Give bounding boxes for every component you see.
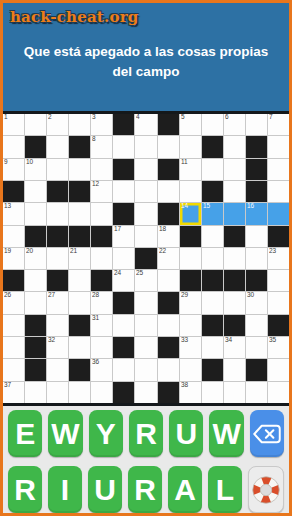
cell-r6c3-block — [47, 226, 68, 247]
cell-r1c1[interactable]: 1 — [3, 114, 24, 135]
cell-r8c8[interactable] — [158, 270, 179, 291]
cell-r6c13-block — [268, 226, 289, 247]
cell-r13c10[interactable] — [202, 382, 223, 403]
cell-number: 24 — [114, 270, 121, 276]
cell-r2c6[interactable] — [113, 136, 134, 157]
cell-r2c12-block — [246, 136, 267, 157]
cell-number: 3 — [92, 114, 96, 120]
cell-r6c6[interactable]: 17 — [113, 226, 134, 247]
cell-number: 21 — [70, 248, 77, 254]
cell-r4c4-block — [69, 181, 90, 202]
cell-r5c1[interactable]: 13 — [3, 203, 24, 224]
cell-number: 15 — [203, 203, 210, 209]
cell-r10c7[interactable] — [135, 315, 156, 336]
cell-r4c1-block — [3, 181, 24, 202]
cell-r12c1[interactable] — [3, 359, 24, 380]
cell-r10c9[interactable] — [180, 315, 201, 336]
cell-r9c5[interactable]: 28 — [91, 292, 112, 313]
cell-number: 6 — [225, 114, 229, 120]
cell-r11c3[interactable]: 32 — [47, 337, 68, 358]
cell-r7c11[interactable] — [224, 248, 245, 269]
cell-r4c7[interactable] — [135, 181, 156, 202]
cell-r12c12-block — [246, 359, 267, 380]
cell-r8c6[interactable]: 24 — [113, 270, 134, 291]
cell-r1c7[interactable]: 4 — [135, 114, 156, 135]
key-w[interactable]: W — [48, 410, 82, 457]
cell-r5c3[interactable] — [47, 203, 68, 224]
cell-r8c5-block — [91, 270, 112, 291]
cell-r10c10-block — [202, 315, 223, 336]
cell-r11c6-block — [113, 337, 134, 358]
cell-r10c6[interactable] — [113, 315, 134, 336]
cell-r11c11[interactable]: 34 — [224, 337, 245, 358]
cell-r8c2[interactable] — [25, 270, 46, 291]
cell-r5c10[interactable]: 15 — [202, 203, 223, 224]
cell-r9c9[interactable]: 29 — [180, 292, 201, 313]
cell-r1c5[interactable]: 3 — [91, 114, 112, 135]
cell-r3c7[interactable] — [135, 159, 156, 180]
key-r[interactable]: R — [128, 466, 162, 513]
cell-r3c3[interactable] — [47, 159, 68, 180]
cell-r13c11[interactable] — [224, 382, 245, 403]
cell-r8c3-block — [47, 270, 68, 291]
cell-number: 37 — [4, 382, 11, 388]
cell-number: 22 — [159, 248, 166, 254]
cell-r12c3[interactable] — [47, 359, 68, 380]
cell-r13c9[interactable]: 38 — [180, 382, 201, 403]
cell-r11c10[interactable] — [202, 337, 223, 358]
hint-lifebuoy-key[interactable] — [248, 466, 284, 513]
cell-r9c3[interactable]: 27 — [47, 292, 68, 313]
cell-number: 35 — [269, 337, 276, 343]
cell-r6c7[interactable] — [135, 226, 156, 247]
cell-r13c2[interactable] — [25, 382, 46, 403]
cell-r8c12-block — [246, 270, 267, 291]
cell-r2c1[interactable] — [3, 136, 24, 157]
cell-r10c2-block — [25, 315, 46, 336]
cell-number: 2 — [48, 114, 52, 120]
key-e[interactable]: E — [8, 410, 42, 457]
cell-r6c9-block — [180, 226, 201, 247]
cell-r5c9[interactable]: 14 — [180, 203, 201, 224]
cell-number: 27 — [48, 292, 55, 298]
cell-r4c11[interactable] — [224, 181, 245, 202]
cell-r4c2[interactable] — [25, 181, 46, 202]
cell-r2c7[interactable] — [135, 136, 156, 157]
keyboard-row-1: EWYRUW — [8, 410, 284, 457]
cell-r12c4-block — [69, 359, 90, 380]
cell-r8c4[interactable] — [69, 270, 90, 291]
cell-r7c2[interactable]: 20 — [25, 248, 46, 269]
cell-r13c8-block — [158, 382, 179, 403]
key-r[interactable]: R — [8, 466, 42, 513]
cell-r7c6[interactable] — [113, 248, 134, 269]
cell-r12c5[interactable]: 36 — [91, 359, 112, 380]
cell-r12c7[interactable] — [135, 359, 156, 380]
cell-number: 30 — [247, 292, 254, 298]
cell-r9c4[interactable] — [69, 292, 90, 313]
cell-r8c7[interactable]: 25 — [135, 270, 156, 291]
cell-r5c6-block — [113, 203, 134, 224]
cell-r9c8-block — [158, 292, 179, 313]
cell-r8c1-block — [3, 270, 24, 291]
cell-r9c13[interactable] — [268, 292, 289, 313]
cell-r11c7[interactable] — [135, 337, 156, 358]
cell-r12c9[interactable] — [180, 359, 201, 380]
cell-r4c6[interactable] — [113, 181, 134, 202]
crossword-grid: 1234567891011121314151617181920212223242… — [3, 114, 289, 403]
keyboard-row-2: RIURAL — [8, 466, 284, 513]
cell-r12c11[interactable] — [224, 359, 245, 380]
cell-r13c13[interactable] — [268, 382, 289, 403]
cell-r10c12[interactable] — [246, 315, 267, 336]
cell-r3c9[interactable]: 11 — [180, 159, 201, 180]
cell-r9c6-block — [113, 292, 134, 313]
cell-number: 8 — [92, 136, 96, 142]
cell-r5c5[interactable] — [91, 203, 112, 224]
cell-r4c5[interactable]: 12 — [91, 181, 112, 202]
cell-r6c8[interactable]: 18 — [158, 226, 179, 247]
cell-r6c1[interactable] — [3, 226, 24, 247]
cell-number: 23 — [269, 248, 276, 254]
cell-r2c5[interactable]: 8 — [91, 136, 112, 157]
cell-r5c7[interactable] — [135, 203, 156, 224]
backspace-key[interactable] — [250, 410, 284, 457]
cell-r1c11[interactable]: 6 — [224, 114, 245, 135]
cell-r7c7-block — [135, 248, 156, 269]
cell-number: 34 — [225, 337, 232, 343]
cell-r3c5[interactable] — [91, 159, 112, 180]
cell-number: 10 — [26, 159, 33, 165]
cell-number: 5 — [181, 114, 185, 120]
cell-number: 26 — [4, 292, 11, 298]
cell-r9c11[interactable] — [224, 292, 245, 313]
cell-r2c4-block — [69, 136, 90, 157]
cell-r5c4[interactable] — [69, 203, 90, 224]
cell-r10c11-block — [224, 315, 245, 336]
cell-r1c3[interactable]: 2 — [47, 114, 68, 135]
cell-r7c5[interactable] — [91, 248, 112, 269]
cell-r2c8[interactable] — [158, 136, 179, 157]
cell-r5c12[interactable]: 16 — [246, 203, 267, 224]
cell-number: 11 — [181, 159, 188, 165]
cell-number: 16 — [247, 203, 254, 209]
cell-r6c10[interactable] — [202, 226, 223, 247]
cell-r10c1[interactable] — [3, 315, 24, 336]
cell-r13c3[interactable] — [47, 382, 68, 403]
cell-r7c1[interactable]: 19 — [3, 248, 24, 269]
cell-r12c2-block — [25, 359, 46, 380]
cell-r13c1[interactable]: 37 — [3, 382, 24, 403]
cell-r2c3[interactable] — [47, 136, 68, 157]
cell-r7c9[interactable] — [180, 248, 201, 269]
cell-r1c2[interactable] — [25, 114, 46, 135]
cell-r10c4-block — [69, 315, 90, 336]
cell-number: 18 — [159, 226, 166, 232]
key-i[interactable]: I — [48, 466, 82, 513]
cell-r9c7[interactable] — [135, 292, 156, 313]
cell-r5c13[interactable] — [268, 203, 289, 224]
cell-r10c3[interactable] — [47, 315, 68, 336]
cell-number: 20 — [26, 248, 33, 254]
cell-r6c2-block — [25, 226, 46, 247]
cell-r12c13[interactable] — [268, 359, 289, 380]
key-y[interactable]: Y — [89, 410, 123, 457]
cell-number: 4 — [136, 114, 140, 120]
lifebuoy-icon — [249, 473, 283, 507]
cell-number: 7 — [269, 114, 273, 120]
cell-r8c13[interactable] — [268, 270, 289, 291]
cell-r7c12[interactable] — [246, 248, 267, 269]
backspace-icon — [252, 423, 282, 445]
cell-number: 13 — [4, 203, 11, 209]
cell-r4c9[interactable] — [180, 181, 201, 202]
cell-r6c4-block — [69, 226, 90, 247]
letter-keyboard: EWYRUW RIURAL — [3, 403, 289, 513]
cell-r1c9[interactable]: 5 — [180, 114, 201, 135]
clue-header: hack-cheat.org Que está apegado a las co… — [3, 3, 289, 111]
clue-text: Que está apegado a las cosas propias del… — [3, 42, 289, 82]
cell-r3c1[interactable]: 9 — [3, 159, 24, 180]
cell-r8c10-block — [202, 270, 223, 291]
cell-r9c1[interactable]: 26 — [3, 292, 24, 313]
cell-r10c8[interactable] — [158, 315, 179, 336]
cell-r1c4[interactable] — [69, 114, 90, 135]
cell-r7c10[interactable] — [202, 248, 223, 269]
cell-r6c12[interactable] — [246, 226, 267, 247]
cell-r13c6-block — [113, 382, 134, 403]
cell-r3c13[interactable] — [268, 159, 289, 180]
cell-r4c12-block — [246, 181, 267, 202]
key-u[interactable]: U — [88, 466, 122, 513]
cell-number: 36 — [92, 359, 99, 365]
cell-r7c13[interactable]: 23 — [268, 248, 289, 269]
cell-r1c8-block — [158, 114, 179, 135]
cell-number: 32 — [48, 337, 55, 343]
cell-r1c13[interactable]: 7 — [268, 114, 289, 135]
cell-r11c5[interactable] — [91, 337, 112, 358]
cell-r4c8[interactable] — [158, 181, 179, 202]
cell-r2c9[interactable] — [180, 136, 201, 157]
cell-r4c13[interactable] — [268, 181, 289, 202]
cell-number: 33 — [181, 337, 188, 343]
key-w[interactable]: W — [209, 410, 243, 457]
cell-r7c4[interactable]: 21 — [69, 248, 90, 269]
cell-r10c5[interactable]: 31 — [91, 315, 112, 336]
cell-r3c8-block — [158, 159, 179, 180]
cell-number: 31 — [92, 315, 99, 321]
cell-r3c2[interactable]: 10 — [25, 159, 46, 180]
cell-r11c8-block — [158, 337, 179, 358]
cell-r10c13-block — [268, 315, 289, 336]
app-screen: hack-cheat.org Que está apegado a las co… — [0, 0, 292, 516]
cell-r12c8[interactable] — [158, 359, 179, 380]
cell-r6c5-block — [91, 226, 112, 247]
cell-r9c2[interactable] — [25, 292, 46, 313]
cell-r1c6-block — [113, 114, 134, 135]
cell-r4c10-block — [202, 181, 223, 202]
cell-r11c1[interactable] — [3, 337, 24, 358]
cell-r7c8[interactable]: 22 — [158, 248, 179, 269]
cell-r13c12[interactable] — [246, 382, 267, 403]
cell-number: 14 — [181, 203, 188, 209]
cell-r12c6[interactable] — [113, 359, 134, 380]
key-l[interactable]: L — [208, 466, 242, 513]
cell-r3c10[interactable] — [202, 159, 223, 180]
cell-number: 29 — [181, 292, 188, 298]
cell-number: 28 — [92, 292, 99, 298]
cell-r5c8-block — [158, 203, 179, 224]
cell-r3c11[interactable] — [224, 159, 245, 180]
cell-r11c12[interactable] — [246, 337, 267, 358]
cell-r3c4[interactable] — [69, 159, 90, 180]
cell-r2c13[interactable] — [268, 136, 289, 157]
key-r[interactable]: R — [129, 410, 163, 457]
cell-r13c5[interactable] — [91, 382, 112, 403]
key-a[interactable]: A — [168, 466, 202, 513]
cell-r8c11-block — [224, 270, 245, 291]
cell-number: 9 — [4, 159, 8, 165]
cell-r3c6-block — [113, 159, 134, 180]
cell-r2c11[interactable] — [224, 136, 245, 157]
cell-r9c10[interactable] — [202, 292, 223, 313]
cell-number: 38 — [181, 382, 188, 388]
cell-r8c9-block — [180, 270, 201, 291]
cell-r11c4[interactable] — [69, 337, 90, 358]
cell-r1c10[interactable] — [202, 114, 223, 135]
cell-number: 19 — [4, 248, 11, 254]
cell-r9c12[interactable]: 30 — [246, 292, 267, 313]
cell-r3c12-block — [246, 159, 267, 180]
cell-r5c2[interactable] — [25, 203, 46, 224]
cell-number: 1 — [4, 114, 8, 120]
cell-number: 25 — [136, 270, 143, 276]
cell-r1c12[interactable] — [246, 114, 267, 135]
cell-number: 17 — [114, 226, 121, 232]
cell-r12c10-block — [202, 359, 223, 380]
cell-r6c11-block — [224, 226, 245, 247]
cell-r2c10-block — [202, 136, 223, 157]
cell-r2c2-block — [25, 136, 46, 157]
cell-r11c13[interactable]: 35 — [268, 337, 289, 358]
cell-r5c11[interactable] — [224, 203, 245, 224]
cell-r11c2-block — [25, 337, 46, 358]
watermark-text: hack-cheat.org — [10, 8, 138, 26]
cell-r4c3-block — [47, 181, 68, 202]
cell-number: 12 — [92, 181, 99, 187]
cell-r11c9[interactable]: 33 — [180, 337, 201, 358]
cell-r7c3[interactable] — [47, 248, 68, 269]
cell-r13c4[interactable] — [69, 382, 90, 403]
key-u[interactable]: U — [169, 410, 203, 457]
cell-r13c7[interactable] — [135, 382, 156, 403]
